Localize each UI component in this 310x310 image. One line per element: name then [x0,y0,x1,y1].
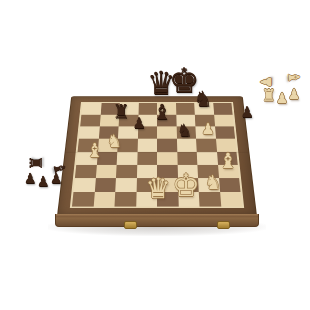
board-square-d4[interactable] [137,151,157,164]
piece-black-queen-e8[interactable]: ♛ [147,67,176,99]
piece-captured-white-pawn: ♟ [276,91,289,105]
piece-white-knight-c5[interactable]: ♞ [106,133,121,150]
board-square-e6[interactable] [157,127,177,139]
piece-captured-white-pawn: ♟ [288,87,301,101]
piece-captured-white-bishop: ♝ [285,70,301,85]
board-square-e4[interactable] [157,151,177,164]
piece-captured-white-rook: ♜ [262,88,276,104]
board-square-a1[interactable] [72,192,94,206]
board-square-g4[interactable] [197,151,218,164]
piece-white-knight-g3[interactable]: ♞ [204,173,221,192]
board-square-e5[interactable] [157,139,177,152]
brass-clasp-1 [124,221,137,229]
board-square-c1[interactable] [114,192,136,206]
piece-white-pawn-g6[interactable]: ♟ [201,122,214,137]
board-square-h7[interactable] [214,115,234,127]
piece-white-bishop-b5[interactable]: ♝ [86,141,103,160]
board-square-g1[interactable] [199,192,221,206]
board-square-h6[interactable] [215,127,235,139]
piece-white-queen-e2[interactable]: ♛ [145,175,170,203]
brass-clasp-2 [217,221,230,229]
piece-black-knight-g8[interactable]: ♞ [194,89,213,110]
board-square-h1[interactable] [220,192,242,206]
board-square-d5[interactable] [137,139,157,152]
board-square-c3[interactable] [116,165,137,179]
piece-black-pawn-d6[interactable]: ♟ [132,116,145,131]
board-square-f8[interactable] [176,103,195,114]
piece-white-bishop-h4[interactable]: ♝ [219,151,238,172]
board-square-c4[interactable] [117,151,138,164]
board-square-b3[interactable] [95,165,116,179]
board-square-a6[interactable] [79,127,99,139]
piece-black-pawn-h7[interactable]: ♟ [240,105,253,120]
board-square-h2[interactable] [219,178,241,192]
piece-black-knight-f6[interactable]: ♞ [176,122,191,139]
board-square-f4[interactable] [177,151,198,164]
board-square-h8[interactable] [213,103,233,114]
piece-black-bishop-e7[interactable]: ♝ [153,102,172,123]
board-square-a3[interactable] [75,165,97,179]
board-square-a8[interactable] [81,103,101,114]
piece-captured-black-pawn: ♟ [24,171,37,185]
board-square-b1[interactable] [93,192,115,206]
piece-black-rook-c7[interactable]: ♜ [112,102,129,121]
piece-captured-black-pawn: ♟ [50,171,63,185]
board-square-a7[interactable] [80,115,100,127]
piece-captured-black-rook: ♜ [28,156,45,171]
board-square-f5[interactable] [177,139,197,152]
piece-white-king-f2[interactable]: ♚ [172,170,200,201]
board-square-b2[interactable] [94,178,116,192]
board-square-a2[interactable] [73,178,95,192]
board-square-c2[interactable] [115,178,136,192]
chess-set-photo: ♛♚♞♜♝♟♟♞♟♝♞♚♛♞♝♜♝♟♟♟♟♝♜♟♟ [0,0,310,310]
piece-captured-black-pawn: ♟ [37,174,50,188]
board-square-g5[interactable] [196,139,216,152]
